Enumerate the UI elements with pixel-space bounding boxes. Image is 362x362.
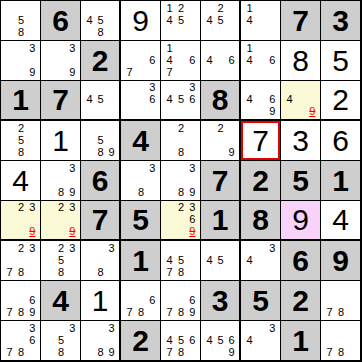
empty-candidate-slot [204, 134, 215, 146]
candidate-grid: 34 [241, 241, 280, 280]
candidate-digit: 2 [175, 122, 186, 134]
candidate-digit: 4 [84, 94, 95, 106]
empty-candidate-slot [4, 202, 15, 214]
cell-r6c9[interactable]: 4 [321, 201, 361, 241]
empty-candidate-slot [4, 134, 15, 146]
empty-candidate-slot [4, 242, 15, 254]
empty-candidate-slot [44, 66, 55, 78]
empty-candidate-slot [215, 146, 226, 158]
cell-r2c9[interactable]: 5 [321, 41, 361, 81]
empty-candidate-slot [27, 54, 38, 66]
cell-r3c2[interactable]: 7 [41, 81, 81, 121]
empty-candidate-slot [335, 334, 346, 346]
candidate-grid: 4578 [161, 241, 200, 280]
candidate-grid: 46 [201, 41, 239, 80]
empty-candidate-slot [267, 82, 278, 94]
cell-r5c4[interactable]: 38 [121, 161, 161, 201]
empty-candidate-slot [164, 186, 175, 198]
empty-candidate-slot [164, 174, 175, 186]
empty-candidate-slot [84, 2, 95, 14]
candidate-digit: 9 [67, 66, 78, 78]
empty-candidate-slot [95, 254, 106, 266]
cell-r5c8[interactable]: 5 [281, 161, 321, 201]
candidate-digit: 8 [55, 186, 66, 198]
given-digit: 1 [121, 241, 160, 280]
candidate-grid: 58 [1, 1, 40, 40]
cell-r9c5[interactable]: 45678 [161, 321, 201, 361]
empty-candidate-slot [27, 26, 38, 38]
given-digit: 5 [281, 161, 320, 200]
solved-digit: 7 [241, 121, 280, 160]
empty-candidate-slot [55, 174, 66, 186]
empty-candidate-slot [27, 146, 38, 158]
cell-r3c7[interactable]: 469 [241, 81, 281, 121]
cell-r5c7[interactable]: 2 [241, 161, 281, 201]
cell-r3c4[interactable]: 36 [121, 81, 161, 121]
empty-candidate-slot [27, 122, 38, 134]
cell-r9c2[interactable]: 358 [41, 321, 81, 361]
cell-r9c7[interactable]: 34 [241, 321, 281, 361]
cell-r4c9[interactable]: 6 [321, 121, 361, 161]
empty-candidate-slot [124, 82, 135, 94]
empty-candidate-slot [215, 42, 226, 54]
given-digit: 7 [81, 201, 119, 239]
empty-candidate-slot [44, 174, 55, 186]
candidate-digit: 5 [175, 334, 186, 346]
candidate-grid: 49 [281, 81, 320, 119]
candidate-digit: 6 [187, 294, 198, 306]
candidate-digit: 7 [4, 266, 15, 278]
empty-candidate-slot [187, 14, 198, 26]
empty-candidate-slot [4, 322, 15, 334]
empty-candidate-slot [84, 242, 95, 254]
empty-candidate-slot [147, 105, 158, 117]
empty-candidate-slot [147, 186, 158, 198]
empty-candidate-slot [106, 122, 117, 134]
cell-r1c1[interactable]: 58 [1, 1, 41, 41]
candidate-digit: 8 [335, 306, 346, 318]
candidate-digit: 4 [164, 254, 175, 266]
candidate-digit: 9 [267, 105, 278, 117]
candidate-grid: 4569 [201, 321, 239, 360]
given-digit: 9 [321, 241, 360, 280]
eliminated-candidate-digit: 9 [67, 225, 78, 237]
candidate-digit: 4 [204, 14, 215, 26]
empty-candidate-slot [187, 174, 198, 186]
empty-candidate-slot [44, 225, 55, 237]
empty-candidate-slot [106, 134, 117, 146]
empty-candidate-slot [67, 214, 78, 226]
cell-r8c5[interactable]: 6789 [161, 281, 201, 321]
candidate-digit: 4 [244, 254, 255, 266]
candidate-grid: 45 [81, 81, 119, 119]
empty-candidate-slot [135, 105, 146, 117]
empty-candidate-slot [44, 266, 55, 278]
empty-candidate-slot [55, 42, 66, 54]
empty-candidate-slot [4, 214, 15, 226]
empty-candidate-slot [27, 346, 38, 358]
candidate-digit: 3 [106, 242, 117, 254]
solved-digit: 6 [321, 121, 360, 160]
given-digit: 2 [81, 41, 119, 80]
cell-r8c7[interactable]: 5 [241, 281, 281, 321]
cell-r8c4[interactable]: 678 [121, 281, 161, 321]
empty-candidate-slot [204, 122, 215, 134]
cell-r6c2[interactable]: 239 [41, 201, 81, 241]
empty-candidate-slot [135, 282, 146, 294]
candidate-digit: 3 [67, 42, 78, 54]
candidate-grid: 45678 [161, 321, 200, 360]
candidate-digit: 4 [164, 54, 175, 66]
candidate-digit: 7 [4, 306, 15, 318]
cell-r7c3[interactable]: 38 [81, 241, 121, 281]
cell-r1c3[interactable]: 458 [81, 1, 121, 41]
empty-candidate-slot [204, 66, 215, 78]
empty-candidate-slot [284, 105, 295, 117]
cell-r2c1[interactable]: 39 [1, 41, 41, 81]
empty-candidate-slot [187, 146, 198, 158]
candidate-digit: 3 [106, 322, 117, 334]
empty-candidate-slot [4, 42, 15, 54]
candidate-grid: 36 [121, 81, 160, 119]
cell-r7c8[interactable]: 6 [281, 241, 321, 281]
cell-r4c5[interactable]: 28 [161, 121, 201, 161]
empty-candidate-slot [4, 225, 15, 237]
candidate-digit: 7 [164, 266, 175, 278]
candidate-grid: 28 [161, 121, 200, 160]
cell-r9c1[interactable]: 3678 [1, 321, 41, 361]
candidate-digit: 8 [335, 346, 346, 358]
empty-candidate-slot [175, 322, 186, 334]
cell-r2c6[interactable]: 46 [201, 41, 241, 81]
candidate-digit: 9 [27, 306, 38, 318]
cell-r5c9[interactable]: 1 [321, 161, 361, 201]
empty-candidate-slot [255, 266, 266, 278]
cell-r8c3[interactable]: 1 [81, 281, 121, 321]
solved-digit: 9 [121, 1, 160, 40]
empty-candidate-slot [67, 54, 78, 66]
cell-r9c9[interactable]: 78 [321, 321, 361, 361]
cell-r8c8[interactable]: 2 [281, 281, 321, 321]
cell-r3c6[interactable]: 8 [201, 81, 241, 121]
empty-candidate-slot [164, 282, 175, 294]
cell-r8c2[interactable]: 4 [41, 281, 81, 321]
given-digit: 4 [121, 121, 160, 160]
cell-r5c6[interactable]: 7 [201, 161, 241, 201]
empty-candidate-slot [15, 334, 26, 346]
empty-candidate-slot [4, 26, 15, 38]
empty-candidate-slot [267, 42, 278, 54]
empty-candidate-slot [106, 94, 117, 106]
empty-candidate-slot [175, 162, 186, 174]
empty-candidate-slot [84, 134, 95, 146]
cell-r2c4[interactable]: 67 [121, 41, 161, 81]
cell-r6c1[interactable]: 239 [1, 201, 41, 241]
cell-r1c7[interactable]: 14 [241, 1, 281, 41]
candidate-grid: 589 [81, 121, 119, 160]
cell-r2c7[interactable]: 146 [241, 41, 281, 81]
empty-candidate-slot [147, 66, 158, 78]
cell-r4c7[interactable]: 7 [241, 121, 281, 161]
empty-candidate-slot [255, 42, 266, 54]
empty-candidate-slot [27, 2, 38, 14]
solved-digit: 3 [281, 121, 320, 160]
candidate-digit: 8 [175, 266, 186, 278]
candidate-digit: 4 [244, 54, 255, 66]
empty-candidate-slot [175, 54, 186, 66]
empty-candidate-slot [187, 282, 198, 294]
empty-candidate-slot [84, 322, 95, 334]
empty-candidate-slot [95, 242, 106, 254]
cell-r2c2[interactable]: 39 [41, 41, 81, 81]
empty-candidate-slot [106, 254, 117, 266]
cell-r7c7[interactable]: 34 [241, 241, 281, 281]
cell-r8c9[interactable]: 78 [321, 281, 361, 321]
candidate-digit: 5 [215, 14, 226, 26]
empty-candidate-slot [295, 94, 306, 106]
empty-candidate-slot [106, 2, 117, 14]
empty-candidate-slot [215, 346, 226, 358]
candidate-digit: 6 [267, 54, 278, 66]
candidate-digit: 2 [215, 122, 226, 134]
cell-r1c9[interactable]: 3 [321, 1, 361, 41]
given-digit: 6 [281, 241, 320, 280]
empty-candidate-slot [44, 254, 55, 266]
candidate-digit: 7 [4, 346, 15, 358]
empty-candidate-slot [67, 334, 78, 346]
cell-r1c6[interactable]: 245 [201, 1, 241, 41]
empty-candidate-slot [244, 105, 255, 117]
empty-candidate-slot [124, 94, 135, 106]
candidate-digit: 6 [187, 94, 198, 106]
cell-r7c5[interactable]: 4578 [161, 241, 201, 281]
empty-candidate-slot [44, 162, 55, 174]
candidate-digit: 2 [55, 202, 66, 214]
cell-r9c3[interactable]: 389 [81, 321, 121, 361]
cell-r4c8[interactable]: 3 [281, 121, 321, 161]
empty-candidate-slot [164, 322, 175, 334]
empty-candidate-slot [44, 322, 55, 334]
candidate-grid: 258 [1, 121, 40, 160]
candidate-digit: 8 [95, 266, 106, 278]
candidate-digit: 2 [175, 202, 186, 214]
empty-candidate-slot [4, 66, 15, 78]
empty-candidate-slot [95, 82, 106, 94]
empty-candidate-slot [95, 334, 106, 346]
solved-digit: 4 [321, 201, 360, 239]
empty-candidate-slot [27, 14, 38, 26]
cell-r8c1[interactable]: 6789 [1, 281, 41, 321]
cell-r3c8[interactable]: 49 [281, 81, 321, 121]
empty-candidate-slot [255, 94, 266, 106]
empty-candidate-slot [307, 82, 318, 94]
candidate-grid: 45 [201, 241, 239, 280]
candidate-grid: 358 [41, 321, 80, 360]
cell-r1c5[interactable]: 1245 [161, 1, 201, 41]
cell-r2c5[interactable]: 1467 [161, 41, 201, 81]
cell-r5c3[interactable]: 6 [81, 161, 121, 201]
cell-r9c4[interactable]: 2 [121, 321, 161, 361]
empty-candidate-slot [187, 346, 198, 358]
cell-r5c1[interactable]: 4 [1, 161, 41, 201]
cell-r2c8[interactable]: 8 [281, 41, 321, 81]
empty-candidate-slot [267, 254, 278, 266]
empty-candidate-slot [347, 322, 358, 334]
candidate-digit: 5 [215, 334, 226, 346]
candidate-digit: 5 [175, 14, 186, 26]
candidate-digit: 6 [267, 94, 278, 106]
candidate-digit: 7 [124, 66, 135, 78]
candidate-digit: 9 [226, 146, 237, 158]
empty-candidate-slot [204, 242, 215, 254]
candidate-digit: 6 [27, 334, 38, 346]
cell-r7c4[interactable]: 1 [121, 241, 161, 281]
cell-r6c5[interactable]: 2369 [161, 201, 201, 241]
cell-r3c3[interactable]: 45 [81, 81, 121, 121]
empty-candidate-slot [84, 266, 95, 278]
cell-r4c4[interactable]: 4 [121, 121, 161, 161]
cell-r4c2[interactable]: 1 [41, 121, 81, 161]
candidate-digit: 7 [164, 66, 175, 78]
candidate-grid: 1245 [161, 1, 200, 40]
candidate-grid: 678 [121, 281, 160, 320]
empty-candidate-slot [135, 42, 146, 54]
empty-candidate-slot [135, 66, 146, 78]
cell-r1c8[interactable]: 7 [281, 1, 321, 41]
empty-candidate-slot [175, 174, 186, 186]
cell-r1c4[interactable]: 9 [121, 1, 161, 41]
candidate-digit: 3 [187, 202, 198, 214]
cell-r5c5[interactable]: 389 [161, 161, 201, 201]
cell-r4c6[interactable]: 29 [201, 121, 241, 161]
empty-candidate-slot [84, 334, 95, 346]
empty-candidate-slot [84, 122, 95, 134]
empty-candidate-slot [255, 2, 266, 14]
cell-r7c2[interactable]: 2358 [41, 241, 81, 281]
candidate-digit: 7 [164, 346, 175, 358]
given-digit: 1 [1, 81, 40, 119]
cell-r1c2[interactable]: 6 [41, 1, 81, 41]
candidate-digit: 8 [15, 146, 26, 158]
cell-r7c1[interactable]: 2378 [1, 241, 41, 281]
empty-candidate-slot [267, 334, 278, 346]
empty-candidate-slot [147, 306, 158, 318]
empty-candidate-slot [215, 66, 226, 78]
candidate-digit: 3 [267, 322, 278, 334]
candidate-digit: 3 [27, 202, 38, 214]
empty-candidate-slot [187, 322, 198, 334]
empty-candidate-slot [175, 42, 186, 54]
empty-candidate-slot [44, 54, 55, 66]
empty-candidate-slot [15, 42, 26, 54]
candidate-digit: 7 [124, 306, 135, 318]
candidate-digit: 1 [164, 2, 175, 14]
candidate-digit: 4 [284, 94, 295, 106]
solved-digit: 9 [281, 201, 320, 239]
sudoku-board: 5864589124524514733939267146746146851745… [0, 0, 362, 362]
empty-candidate-slot [15, 322, 26, 334]
candidate-digit: 7 [324, 346, 335, 358]
candidate-grid: 29 [201, 121, 239, 160]
candidate-digit: 2 [175, 2, 186, 14]
empty-candidate-slot [215, 266, 226, 278]
empty-candidate-slot [15, 54, 26, 66]
candidate-grid: 78 [321, 321, 360, 360]
empty-candidate-slot [347, 294, 358, 306]
empty-candidate-slot [135, 294, 146, 306]
candidate-digit: 4 [164, 334, 175, 346]
empty-candidate-slot [267, 346, 278, 358]
empty-candidate-slot [135, 82, 146, 94]
cell-r6c6[interactable]: 1 [201, 201, 241, 241]
eliminated-candidate-digit: 9 [307, 105, 318, 117]
cell-r2c3[interactable]: 2 [81, 41, 121, 81]
cell-r6c4[interactable]: 5 [121, 201, 161, 241]
empty-candidate-slot [284, 82, 295, 94]
empty-candidate-slot [164, 82, 175, 94]
empty-candidate-slot [4, 254, 15, 266]
cell-r7c6[interactable]: 45 [201, 241, 241, 281]
cell-r5c2[interactable]: 389 [41, 161, 81, 201]
cell-r3c9[interactable]: 2 [321, 81, 361, 121]
candidate-grid: 469 [241, 81, 280, 119]
cell-r6c8[interactable]: 9 [281, 201, 321, 241]
cell-r4c1[interactable]: 258 [1, 121, 41, 161]
cell-r9c8[interactable]: 1 [281, 321, 321, 361]
empty-candidate-slot [244, 242, 255, 254]
empty-candidate-slot [106, 105, 117, 117]
empty-candidate-slot [255, 334, 266, 346]
given-digit: 8 [201, 81, 239, 119]
given-digit: 6 [41, 1, 80, 40]
cell-r8c6[interactable]: 3 [201, 281, 241, 321]
empty-candidate-slot [204, 322, 215, 334]
empty-candidate-slot [255, 82, 266, 94]
empty-candidate-slot [215, 26, 226, 38]
cell-r9c6[interactable]: 4569 [201, 321, 241, 361]
empty-candidate-slot [55, 66, 66, 78]
empty-candidate-slot [215, 54, 226, 66]
cell-r6c3[interactable]: 7 [81, 201, 121, 241]
cell-r7c9[interactable]: 9 [321, 241, 361, 281]
candidate-grid: 389 [161, 161, 200, 200]
cell-r4c3[interactable]: 589 [81, 121, 121, 161]
candidate-digit: 3 [27, 322, 38, 334]
empty-candidate-slot [67, 266, 78, 278]
candidate-digit: 5 [95, 14, 106, 26]
empty-candidate-slot [175, 66, 186, 78]
candidate-grid: 239 [1, 201, 40, 239]
candidate-digit: 2 [15, 122, 26, 134]
solved-digit: 5 [321, 41, 360, 80]
candidate-digit: 8 [15, 306, 26, 318]
candidate-digit: 2 [15, 202, 26, 214]
empty-candidate-slot [124, 42, 135, 54]
empty-candidate-slot [4, 54, 15, 66]
cell-r6c7[interactable]: 8 [241, 201, 281, 241]
eliminated-candidate-digit: 9 [187, 225, 198, 237]
cell-r3c1[interactable]: 1 [1, 81, 41, 121]
candidate-digit: 9 [27, 66, 38, 78]
candidate-digit: 5 [55, 254, 66, 266]
candidate-digit: 7 [164, 306, 175, 318]
empty-candidate-slot [187, 242, 198, 254]
empty-candidate-slot [135, 54, 146, 66]
given-digit: 4 [41, 281, 80, 320]
candidate-digit: 4 [164, 14, 175, 26]
empty-candidate-slot [164, 122, 175, 134]
cell-r3c5[interactable]: 3456 [161, 81, 201, 121]
